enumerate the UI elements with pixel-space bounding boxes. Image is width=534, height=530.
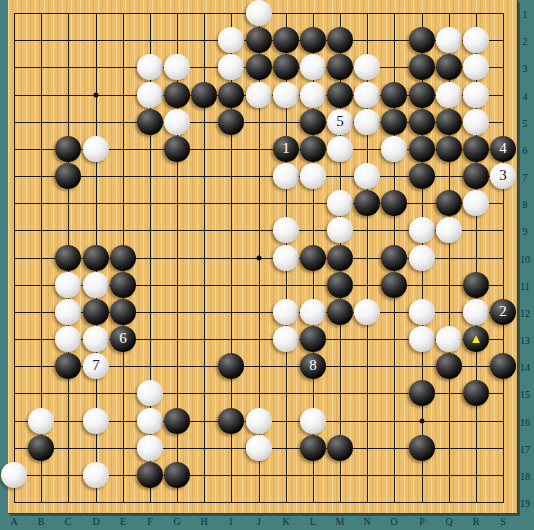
stone-white-N3: [354, 54, 380, 80]
stone-white-Q13: [436, 326, 462, 352]
column-label-M: M: [336, 516, 345, 527]
column-label-P: P: [419, 516, 425, 527]
stone-black-I5: [218, 109, 244, 135]
row-label-12: 12: [520, 308, 530, 319]
star-point-D4: [94, 93, 99, 98]
column-label-C: C: [65, 516, 72, 527]
stone-white-R8: [463, 190, 489, 216]
stone-white-F4: [137, 82, 163, 108]
stone-white-K9: [273, 217, 299, 243]
grid-vline-S: [503, 13, 504, 503]
stone-black-C7: [55, 163, 81, 189]
stone-white-R3: [463, 54, 489, 80]
stone-white-K13: [273, 326, 299, 352]
column-label-A: A: [10, 516, 17, 527]
stone-black-M12: [327, 299, 353, 325]
stone-black-G16: [164, 408, 190, 434]
row-label-15: 15: [520, 389, 530, 400]
stone-black-M17: [327, 435, 353, 461]
stone-white-L12: [300, 299, 326, 325]
column-label-H: H: [200, 516, 207, 527]
stone-black-P17: [409, 435, 435, 461]
stone-black-Q6: [436, 136, 462, 162]
row-label-1: 1: [523, 9, 528, 20]
stone-white-Q4: [436, 82, 462, 108]
stone-black-P4: [409, 82, 435, 108]
stone-white-M8: [327, 190, 353, 216]
stone-white-A18: [1, 462, 27, 488]
stone-white-P13: [409, 326, 435, 352]
stone-white-C13: [55, 326, 81, 352]
stone-black-O10: [381, 245, 407, 271]
stone-white-R2: [463, 27, 489, 53]
row-label-4: 4: [523, 91, 528, 102]
stone-white-C11: [55, 272, 81, 298]
stone-white-F15: [137, 380, 163, 406]
stone-white-R12: [463, 299, 489, 325]
stone-white-D6: [83, 136, 109, 162]
row-label-7: 7: [523, 172, 528, 183]
stone-white-I2: [218, 27, 244, 53]
row-label-5: 5: [523, 118, 528, 129]
stone-white-K7: [273, 163, 299, 189]
star-point-J10: [257, 256, 262, 261]
row-label-16: 16: [520, 417, 530, 428]
stone-black-P5: [409, 109, 435, 135]
stone-black-E10: [110, 245, 136, 271]
column-label-R: R: [473, 516, 480, 527]
stone-black-R15: [463, 380, 489, 406]
stone-black-Q14: [436, 353, 462, 379]
stone-white-R4: [463, 82, 489, 108]
row-label-19: 19: [520, 498, 530, 509]
stone-black-O11: [381, 272, 407, 298]
stone-black-P6: [409, 136, 435, 162]
stone-white-M5: [327, 109, 353, 135]
row-label-8: 8: [523, 199, 528, 210]
stone-black-M11: [327, 272, 353, 298]
stone-white-B16: [28, 408, 54, 434]
stone-black-Q3: [436, 54, 462, 80]
stone-black-S14: [490, 353, 516, 379]
stone-black-S6: [490, 136, 516, 162]
row-label-14: 14: [520, 362, 530, 373]
stone-black-N8: [354, 190, 380, 216]
column-label-G: G: [173, 516, 180, 527]
stone-white-N4: [354, 82, 380, 108]
stone-black-L13: [300, 326, 326, 352]
stone-black-L2: [300, 27, 326, 53]
stone-black-M2: [327, 27, 353, 53]
stone-black-Q8: [436, 190, 462, 216]
stone-black-O4: [381, 82, 407, 108]
stone-black-J2: [246, 27, 272, 53]
stone-white-P12: [409, 299, 435, 325]
column-label-K: K: [282, 516, 289, 527]
stone-white-D13: [83, 326, 109, 352]
row-label-11: 11: [520, 281, 530, 292]
stone-black-C10: [55, 245, 81, 271]
row-label-13: 13: [520, 335, 530, 346]
row-label-3: 3: [523, 63, 528, 74]
stone-black-G4: [164, 82, 190, 108]
stone-black-R13: [463, 326, 489, 352]
column-label-I: I: [229, 516, 232, 527]
stone-black-D12: [83, 299, 109, 325]
stone-white-L3: [300, 54, 326, 80]
stone-white-O6: [381, 136, 407, 162]
stone-black-L6: [300, 136, 326, 162]
stone-black-M4: [327, 82, 353, 108]
stone-black-L10: [300, 245, 326, 271]
stone-white-F3: [137, 54, 163, 80]
row-label-10: 10: [520, 254, 530, 265]
stone-black-M3: [327, 54, 353, 80]
stone-white-F17: [137, 435, 163, 461]
stone-white-D18: [83, 462, 109, 488]
stone-white-C12: [55, 299, 81, 325]
stone-black-G6: [164, 136, 190, 162]
stone-black-P2: [409, 27, 435, 53]
row-label-17: 17: [520, 444, 530, 455]
stone-black-K6: [273, 136, 299, 162]
stone-black-R7: [463, 163, 489, 189]
column-label-E: E: [120, 516, 126, 527]
stone-black-K2: [273, 27, 299, 53]
stone-black-M10: [327, 245, 353, 271]
column-label-N: N: [363, 516, 370, 527]
stone-white-L4: [300, 82, 326, 108]
stone-black-O5: [381, 109, 407, 135]
stone-white-J1: [246, 0, 272, 26]
stone-black-R6: [463, 136, 489, 162]
stone-white-R5: [463, 109, 489, 135]
stone-black-D10: [83, 245, 109, 271]
column-label-O: O: [390, 516, 397, 527]
stone-white-N7: [354, 163, 380, 189]
stone-white-G5: [164, 109, 190, 135]
stone-white-J16: [246, 408, 272, 434]
stone-white-P10: [409, 245, 435, 271]
row-label-18: 18: [520, 471, 530, 482]
stone-white-P9: [409, 217, 435, 243]
stone-black-C6: [55, 136, 81, 162]
row-label-2: 2: [523, 36, 528, 47]
stone-white-M6: [327, 136, 353, 162]
stone-black-Q5: [436, 109, 462, 135]
stone-white-J4: [246, 82, 272, 108]
stone-white-D11: [83, 272, 109, 298]
go-app-screen: 12345678▲ ABCDEFGHIJKLMNOPQRS 1234567891…: [0, 0, 534, 530]
stone-white-K10: [273, 245, 299, 271]
column-label-J: J: [257, 516, 261, 527]
column-label-B: B: [38, 516, 45, 527]
column-label-L: L: [310, 516, 316, 527]
stone-white-S7: [490, 163, 516, 189]
stone-white-M9: [327, 217, 353, 243]
stone-white-L7: [300, 163, 326, 189]
stone-black-S12: [490, 299, 516, 325]
stone-black-P3: [409, 54, 435, 80]
stone-black-I4: [218, 82, 244, 108]
stone-black-L14: [300, 353, 326, 379]
stone-white-J17: [246, 435, 272, 461]
stone-black-B17: [28, 435, 54, 461]
stone-black-L5: [300, 109, 326, 135]
stone-black-P7: [409, 163, 435, 189]
stone-white-F16: [137, 408, 163, 434]
stone-black-E13: [110, 326, 136, 352]
row-label-6: 6: [523, 145, 528, 156]
row-label-9: 9: [523, 226, 528, 237]
stone-white-K4: [273, 82, 299, 108]
star-point-P16: [420, 419, 425, 424]
grid-vline-A: [14, 13, 15, 503]
stone-white-G3: [164, 54, 190, 80]
stone-black-G18: [164, 462, 190, 488]
stone-black-I16: [218, 408, 244, 434]
stone-black-F5: [137, 109, 163, 135]
stone-white-N5: [354, 109, 380, 135]
stone-white-D14: [83, 353, 109, 379]
stone-black-I14: [218, 353, 244, 379]
stone-white-Q9: [436, 217, 462, 243]
stone-black-O8: [381, 190, 407, 216]
column-label-Q: Q: [445, 516, 452, 527]
stone-white-N12: [354, 299, 380, 325]
column-label-D: D: [92, 516, 99, 527]
stone-black-K3: [273, 54, 299, 80]
stone-black-R11: [463, 272, 489, 298]
stone-black-E12: [110, 299, 136, 325]
stone-white-Q2: [436, 27, 462, 53]
stone-black-E11: [110, 272, 136, 298]
stone-black-L17: [300, 435, 326, 461]
stone-white-I3: [218, 54, 244, 80]
stone-white-L16: [300, 408, 326, 434]
stone-black-J3: [246, 54, 272, 80]
stone-black-P15: [409, 380, 435, 406]
stone-black-C14: [55, 353, 81, 379]
stone-white-D16: [83, 408, 109, 434]
stone-black-H4: [191, 82, 217, 108]
column-label-F: F: [147, 516, 153, 527]
column-label-S: S: [500, 516, 506, 527]
stone-white-K12: [273, 299, 299, 325]
stone-black-F18: [137, 462, 163, 488]
